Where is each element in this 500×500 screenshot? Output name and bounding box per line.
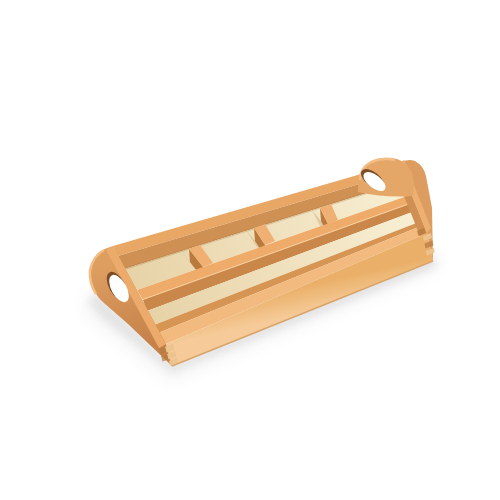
photo-canvas bbox=[0, 0, 500, 500]
tray-photo bbox=[0, 0, 500, 500]
